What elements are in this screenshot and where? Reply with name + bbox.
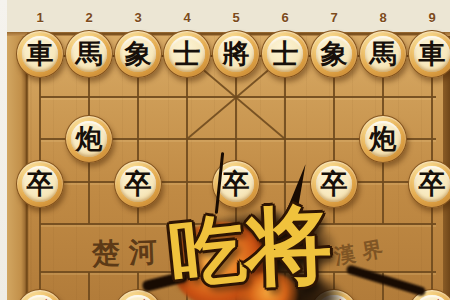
piece-character: 卒 <box>321 170 348 197</box>
red-piece-兵-file1[interactable]: 兵 <box>16 289 64 300</box>
black-piece-卒-file9[interactable]: 卒 <box>408 160 450 208</box>
piece-character: 卒 <box>125 170 152 197</box>
piece-face: 馬 <box>71 36 107 72</box>
black-piece-卒-file3[interactable]: 卒 <box>114 160 162 208</box>
black-piece-士-file6[interactable]: 士 <box>261 30 309 78</box>
piece-face: 車 <box>414 36 450 72</box>
piece-face: 兵 <box>414 295 450 300</box>
piece-character: 車 <box>419 40 446 67</box>
piece-face: 卒 <box>120 166 156 202</box>
piece-character: 炮 <box>370 125 397 152</box>
piece-face: 士 <box>267 36 303 72</box>
piece-face: 兵 <box>22 295 58 300</box>
piece-face: 卒 <box>218 166 254 202</box>
piece-character: 士 <box>272 40 299 67</box>
piece-face: 象 <box>120 36 156 72</box>
black-piece-象-file3[interactable]: 象 <box>114 30 162 78</box>
piece-face: 車 <box>22 36 58 72</box>
black-piece-象-file7[interactable]: 象 <box>310 30 358 78</box>
piece-character: 卒 <box>27 170 54 197</box>
piece-character: 炮 <box>76 125 103 152</box>
piece-face: 卒 <box>22 166 58 202</box>
black-piece-卒-file1[interactable]: 卒 <box>16 160 64 208</box>
black-piece-馬-file2[interactable]: 馬 <box>65 30 113 78</box>
piece-character: 馬 <box>370 40 397 67</box>
piece-face: 兵 <box>120 295 156 300</box>
black-piece-車-file1[interactable]: 車 <box>16 30 64 78</box>
xiangqi-game-screen: 123456789 楚河 漢界 車馬象士將士象馬車炮炮卒卒卒卒卒兵兵兵兵 吃 将 <box>0 0 450 300</box>
piece-character: 士 <box>174 40 201 67</box>
piece-character: 將 <box>223 40 250 67</box>
black-piece-卒-file7[interactable]: 卒 <box>310 160 358 208</box>
piece-character: 象 <box>125 40 152 67</box>
piece-face: 馬 <box>365 36 401 72</box>
piece-face: 卒 <box>316 166 352 202</box>
black-piece-車-file9[interactable]: 車 <box>408 30 450 78</box>
black-piece-將-file5[interactable]: 將 <box>212 30 260 78</box>
piece-face: 士 <box>169 36 205 72</box>
piece-character: 卒 <box>223 170 250 197</box>
black-piece-卒-file5[interactable]: 卒 <box>212 160 260 208</box>
red-piece-兵-file7[interactable]: 兵 <box>310 289 358 300</box>
piece-character: 象 <box>321 40 348 67</box>
left-margin-strip <box>0 0 7 300</box>
black-piece-炮-file2[interactable]: 炮 <box>65 115 113 163</box>
black-piece-炮-file8[interactable]: 炮 <box>359 115 407 163</box>
black-piece-士-file4[interactable]: 士 <box>163 30 211 78</box>
piece-face: 象 <box>316 36 352 72</box>
piece-face: 卒 <box>414 166 450 202</box>
piece-face: 炮 <box>365 121 401 157</box>
piece-character: 卒 <box>419 170 446 197</box>
piece-face: 兵 <box>316 295 352 300</box>
red-piece-兵-file9[interactable]: 兵 <box>408 289 450 300</box>
black-piece-馬-file8[interactable]: 馬 <box>359 30 407 78</box>
piece-character: 馬 <box>76 40 103 67</box>
red-piece-兵-file3[interactable]: 兵 <box>114 289 162 300</box>
piece-face: 炮 <box>71 121 107 157</box>
piece-face: 將 <box>218 36 254 72</box>
piece-character: 車 <box>27 40 54 67</box>
